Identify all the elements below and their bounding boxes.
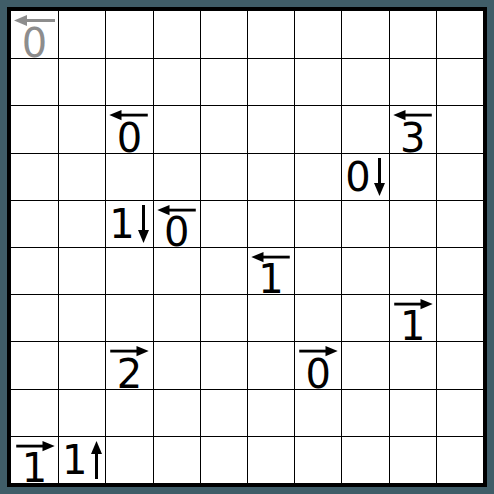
clue-number: 1 — [258, 264, 283, 294]
cell-r2c0[interactable] — [11, 105, 58, 152]
cell-r6c8: 1 — [389, 294, 436, 341]
clue-number: 0 — [306, 359, 331, 389]
cell-r9c4[interactable] — [200, 436, 247, 483]
cell-r5c4[interactable] — [200, 247, 247, 294]
cell-r4c8[interactable] — [389, 200, 436, 247]
cell-r7c8[interactable] — [389, 341, 436, 388]
cell-r2c8: 3 — [389, 105, 436, 152]
cell-r3c6[interactable] — [294, 153, 341, 200]
cell-r3c1[interactable] — [58, 153, 105, 200]
cell-r8c1[interactable] — [58, 389, 105, 436]
clue-1-down: 1 — [106, 201, 152, 247]
cell-r4c2: 1 — [105, 200, 152, 247]
cell-r1c2[interactable] — [105, 58, 152, 105]
cell-r8c3[interactable] — [153, 389, 200, 436]
cell-r4c1[interactable] — [58, 200, 105, 247]
arrow-down-icon — [373, 158, 386, 196]
cell-r1c7[interactable] — [341, 58, 388, 105]
cell-r2c9[interactable] — [436, 105, 483, 152]
cell-r2c6[interactable] — [294, 105, 341, 152]
cell-r8c6[interactable] — [294, 389, 341, 436]
cell-r3c9[interactable] — [436, 153, 483, 200]
clue-number: 1 — [62, 440, 87, 480]
cell-r4c3: 0 — [153, 200, 200, 247]
cell-r1c4[interactable] — [200, 58, 247, 105]
cell-r8c0[interactable] — [11, 389, 58, 436]
cell-r6c7[interactable] — [341, 294, 388, 341]
cell-r1c8[interactable] — [389, 58, 436, 105]
clue-number: 1 — [22, 453, 47, 483]
clue-number: 0 — [345, 157, 370, 197]
cell-r0c5[interactable] — [247, 11, 294, 58]
cell-r5c6[interactable] — [294, 247, 341, 294]
cell-r2c7[interactable] — [341, 105, 388, 152]
cell-r7c0[interactable] — [11, 341, 58, 388]
cell-r0c2[interactable] — [105, 11, 152, 58]
cell-r5c1[interactable] — [58, 247, 105, 294]
cell-r6c3[interactable] — [153, 294, 200, 341]
cell-r0c7[interactable] — [341, 11, 388, 58]
cell-r0c4[interactable] — [200, 11, 247, 58]
cell-r6c1[interactable] — [58, 294, 105, 341]
clue-0-down: 0 — [342, 154, 388, 200]
arrow-up-icon — [90, 441, 103, 479]
cell-r5c7[interactable] — [341, 247, 388, 294]
cell-r8c9[interactable] — [436, 389, 483, 436]
cell-r5c8[interactable] — [389, 247, 436, 294]
cell-r2c4[interactable] — [200, 105, 247, 152]
cell-r6c5[interactable] — [247, 294, 294, 341]
clue-number: 0 — [22, 28, 47, 58]
cell-r1c3[interactable] — [153, 58, 200, 105]
cell-r9c2[interactable] — [105, 436, 152, 483]
cell-r6c4[interactable] — [200, 294, 247, 341]
cell-r9c1: 1 — [58, 436, 105, 483]
cell-r3c3[interactable] — [153, 153, 200, 200]
cell-r4c5[interactable] — [247, 200, 294, 247]
clue-number: 1 — [400, 311, 425, 341]
cell-r5c0[interactable] — [11, 247, 58, 294]
clue-2-right: 2 — [106, 342, 152, 388]
cell-r3c5[interactable] — [247, 153, 294, 200]
cell-r2c5[interactable] — [247, 105, 294, 152]
cell-r9c5[interactable] — [247, 436, 294, 483]
arrow-down-icon — [137, 205, 150, 243]
cell-r7c9[interactable] — [436, 341, 483, 388]
cell-r6c9[interactable] — [436, 294, 483, 341]
cell-r1c5[interactable] — [247, 58, 294, 105]
cell-r7c7[interactable] — [341, 341, 388, 388]
cell-r7c3[interactable] — [153, 341, 200, 388]
cell-r5c5: 1 — [247, 247, 294, 294]
cell-r2c1[interactable] — [58, 105, 105, 152]
clue-1-left: 1 — [248, 248, 294, 294]
cell-r9c7[interactable] — [341, 436, 388, 483]
cell-r1c1[interactable] — [58, 58, 105, 105]
clue-0-left: 0 — [154, 201, 200, 247]
cell-r8c8[interactable] — [389, 389, 436, 436]
cell-r8c7[interactable] — [341, 389, 388, 436]
cell-r4c4[interactable] — [200, 200, 247, 247]
cell-r4c9[interactable] — [436, 200, 483, 247]
cell-r8c2[interactable] — [105, 389, 152, 436]
cell-r9c0: 1 — [11, 436, 58, 483]
cell-r5c2[interactable] — [105, 247, 152, 294]
clue-number: 0 — [117, 123, 142, 153]
clue-0-left: 0 — [106, 106, 152, 152]
cell-r0c9[interactable] — [436, 11, 483, 58]
cell-r9c9[interactable] — [436, 436, 483, 483]
cell-r7c6: 0 — [294, 341, 341, 388]
cell-r6c6[interactable] — [294, 294, 341, 341]
cell-r1c9[interactable] — [436, 58, 483, 105]
cell-r5c9[interactable] — [436, 247, 483, 294]
cell-r2c3[interactable] — [153, 105, 200, 152]
cell-r3c4[interactable] — [200, 153, 247, 200]
cell-r9c6[interactable] — [294, 436, 341, 483]
clue-1-right: 1 — [11, 437, 58, 483]
cell-r3c7: 0 — [341, 153, 388, 200]
clue-number: 3 — [400, 123, 425, 153]
clue-1-right: 1 — [390, 295, 436, 341]
clue-0-right: 0 — [295, 342, 341, 388]
cell-r7c2: 2 — [105, 341, 152, 388]
clue-number: 0 — [164, 217, 189, 247]
cell-r6c0[interactable] — [11, 294, 58, 341]
cell-r2c2: 0 — [105, 105, 152, 152]
cell-r8c5[interactable] — [247, 389, 294, 436]
cell-r7c1[interactable] — [58, 341, 105, 388]
board-grid: 003010112011 — [11, 11, 483, 483]
cell-r0c3[interactable] — [153, 11, 200, 58]
clue-number: 1 — [109, 204, 134, 244]
cell-r0c0: 0 — [11, 11, 58, 58]
cell-r4c6[interactable] — [294, 200, 341, 247]
cell-r3c2[interactable] — [105, 153, 152, 200]
clue-1-up: 1 — [59, 437, 105, 483]
cell-r8c4[interactable] — [200, 389, 247, 436]
cell-r0c8[interactable] — [389, 11, 436, 58]
cell-r1c6[interactable] — [294, 58, 341, 105]
clue-0-left: 0 — [11, 11, 58, 58]
cell-r7c5[interactable] — [247, 341, 294, 388]
cell-r0c1[interactable] — [58, 11, 105, 58]
cell-r9c8[interactable] — [389, 436, 436, 483]
clue-3-left: 3 — [390, 106, 436, 152]
cell-r3c8[interactable] — [389, 153, 436, 200]
clue-number: 2 — [117, 359, 142, 389]
cell-r4c0[interactable] — [11, 200, 58, 247]
cell-r3c0[interactable] — [11, 153, 58, 200]
cell-r9c3[interactable] — [153, 436, 200, 483]
cell-r1c0[interactable] — [11, 58, 58, 105]
cell-r7c4[interactable] — [200, 341, 247, 388]
puzzle-board: 003010112011 — [7, 7, 487, 487]
cell-r5c3[interactable] — [153, 247, 200, 294]
cell-r6c2[interactable] — [105, 294, 152, 341]
cell-r0c6[interactable] — [294, 11, 341, 58]
cell-r4c7[interactable] — [341, 200, 388, 247]
